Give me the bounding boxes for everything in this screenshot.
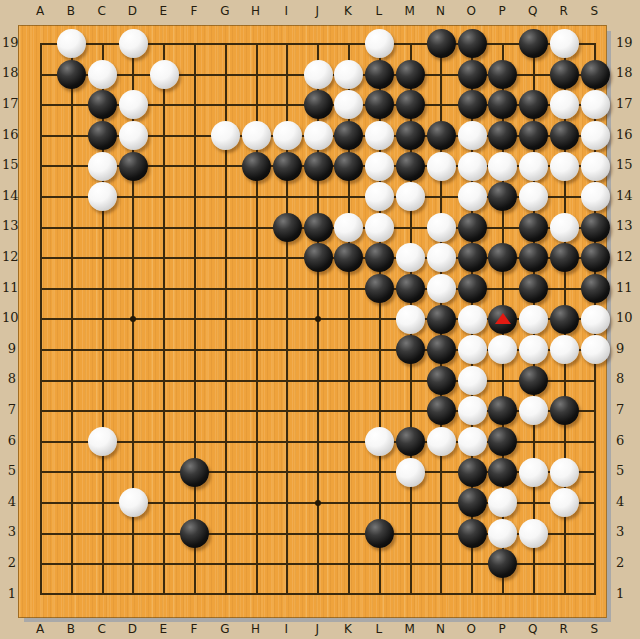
intersection-B18[interactable] (56, 59, 87, 90)
intersection-H3[interactable] (241, 518, 272, 549)
intersection-D12[interactable] (118, 243, 149, 274)
intersection-D3[interactable] (118, 518, 149, 549)
intersection-F12[interactable] (180, 243, 211, 274)
intersection-P14[interactable] (488, 181, 519, 212)
intersection-I5[interactable] (272, 457, 303, 488)
intersection-E18[interactable] (149, 59, 180, 90)
intersection-G17[interactable] (210, 90, 241, 121)
intersection-H6[interactable] (241, 426, 272, 457)
intersection-A15[interactable] (26, 151, 57, 182)
intersection-K18[interactable] (334, 59, 365, 90)
intersection-J7[interactable] (303, 396, 334, 427)
intersection-G9[interactable] (210, 334, 241, 365)
intersection-H7[interactable] (241, 396, 272, 427)
intersection-G15[interactable] (210, 151, 241, 182)
intersection-Q1[interactable] (518, 579, 549, 610)
intersection-S19[interactable] (580, 28, 611, 59)
intersection-J9[interactable] (303, 334, 334, 365)
intersection-R14[interactable] (549, 181, 580, 212)
intersection-M15[interactable] (395, 151, 426, 182)
intersection-H9[interactable] (241, 334, 272, 365)
intersection-A14[interactable] (26, 181, 57, 212)
intersection-K5[interactable] (334, 457, 365, 488)
intersection-S4[interactable] (580, 487, 611, 518)
intersection-A2[interactable] (26, 548, 57, 579)
intersection-M4[interactable] (395, 487, 426, 518)
intersection-C11[interactable] (87, 273, 118, 304)
intersection-O8[interactable] (457, 365, 488, 396)
intersection-M14[interactable] (395, 181, 426, 212)
intersection-A17[interactable] (26, 90, 57, 121)
intersection-A7[interactable] (26, 396, 57, 427)
intersection-L16[interactable] (364, 120, 395, 151)
intersection-Q17[interactable] (518, 90, 549, 121)
intersection-B13[interactable] (56, 212, 87, 243)
intersection-D2[interactable] (118, 548, 149, 579)
intersection-D1[interactable] (118, 579, 149, 610)
intersection-P6[interactable] (488, 426, 519, 457)
intersection-N8[interactable] (426, 365, 457, 396)
intersection-H12[interactable] (241, 243, 272, 274)
intersection-K6[interactable] (334, 426, 365, 457)
intersection-H15[interactable] (241, 151, 272, 182)
intersection-B1[interactable] (56, 579, 87, 610)
intersection-Q14[interactable] (518, 181, 549, 212)
intersection-L12[interactable] (364, 243, 395, 274)
intersection-N9[interactable] (426, 334, 457, 365)
intersection-P4[interactable] (488, 487, 519, 518)
intersection-I9[interactable] (272, 334, 303, 365)
intersection-I15[interactable] (272, 151, 303, 182)
intersection-N3[interactable] (426, 518, 457, 549)
intersection-C10[interactable] (87, 304, 118, 335)
intersection-R16[interactable] (549, 120, 580, 151)
intersection-I7[interactable] (272, 396, 303, 427)
intersection-C18[interactable] (87, 59, 118, 90)
intersection-M12[interactable] (395, 243, 426, 274)
intersection-K17[interactable] (334, 90, 365, 121)
intersection-N18[interactable] (426, 59, 457, 90)
intersection-R7[interactable] (549, 396, 580, 427)
intersection-O15[interactable] (457, 151, 488, 182)
intersection-R13[interactable] (549, 212, 580, 243)
intersection-H8[interactable] (241, 365, 272, 396)
intersection-K19[interactable] (334, 28, 365, 59)
intersection-C6[interactable] (87, 426, 118, 457)
intersection-Q19[interactable] (518, 28, 549, 59)
intersection-N17[interactable] (426, 90, 457, 121)
intersection-C4[interactable] (87, 487, 118, 518)
intersection-K2[interactable] (334, 548, 365, 579)
intersection-P3[interactable] (488, 518, 519, 549)
intersection-J16[interactable] (303, 120, 334, 151)
intersection-B2[interactable] (56, 548, 87, 579)
intersection-S16[interactable] (580, 120, 611, 151)
intersection-P19[interactable] (488, 28, 519, 59)
intersection-B9[interactable] (56, 334, 87, 365)
intersection-Q11[interactable] (518, 273, 549, 304)
intersection-S7[interactable] (580, 396, 611, 427)
intersection-R1[interactable] (549, 579, 580, 610)
intersection-E1[interactable] (149, 579, 180, 610)
intersection-Q18[interactable] (518, 59, 549, 90)
intersection-G12[interactable] (210, 243, 241, 274)
intersection-N12[interactable] (426, 243, 457, 274)
intersection-F17[interactable] (180, 90, 211, 121)
intersection-M17[interactable] (395, 90, 426, 121)
intersection-J8[interactable] (303, 365, 334, 396)
intersection-H5[interactable] (241, 457, 272, 488)
intersection-A12[interactable] (26, 243, 57, 274)
intersection-N19[interactable] (426, 28, 457, 59)
intersection-J18[interactable] (303, 59, 334, 90)
intersection-A3[interactable] (26, 518, 57, 549)
intersection-M9[interactable] (395, 334, 426, 365)
intersection-R17[interactable] (549, 90, 580, 121)
intersection-S14[interactable] (580, 181, 611, 212)
intersection-Q16[interactable] (518, 120, 549, 151)
intersection-C7[interactable] (87, 396, 118, 427)
intersection-A9[interactable] (26, 334, 57, 365)
intersection-L11[interactable] (364, 273, 395, 304)
intersection-A1[interactable] (26, 579, 57, 610)
intersection-E7[interactable] (149, 396, 180, 427)
intersection-H19[interactable] (241, 28, 272, 59)
intersection-I3[interactable] (272, 518, 303, 549)
intersection-J15[interactable] (303, 151, 334, 182)
intersection-I16[interactable] (272, 120, 303, 151)
intersection-C16[interactable] (87, 120, 118, 151)
stones-grid[interactable] (26, 28, 611, 609)
intersection-L17[interactable] (364, 90, 395, 121)
intersection-E4[interactable] (149, 487, 180, 518)
intersection-S3[interactable] (580, 518, 611, 549)
intersection-J4[interactable] (303, 487, 334, 518)
intersection-O11[interactable] (457, 273, 488, 304)
intersection-A18[interactable] (26, 59, 57, 90)
intersection-B7[interactable] (56, 396, 87, 427)
intersection-D10[interactable] (118, 304, 149, 335)
intersection-H17[interactable] (241, 90, 272, 121)
intersection-M19[interactable] (395, 28, 426, 59)
intersection-I17[interactable] (272, 90, 303, 121)
intersection-G5[interactable] (210, 457, 241, 488)
intersection-K8[interactable] (334, 365, 365, 396)
intersection-B4[interactable] (56, 487, 87, 518)
intersection-O13[interactable] (457, 212, 488, 243)
intersection-I13[interactable] (272, 212, 303, 243)
intersection-B11[interactable] (56, 273, 87, 304)
intersection-R15[interactable] (549, 151, 580, 182)
intersection-A5[interactable] (26, 457, 57, 488)
intersection-P18[interactable] (488, 59, 519, 90)
intersection-L7[interactable] (364, 396, 395, 427)
intersection-R5[interactable] (549, 457, 580, 488)
intersection-O17[interactable] (457, 90, 488, 121)
intersection-H14[interactable] (241, 181, 272, 212)
intersection-O2[interactable] (457, 548, 488, 579)
intersection-C5[interactable] (87, 457, 118, 488)
intersection-F7[interactable] (180, 396, 211, 427)
intersection-C8[interactable] (87, 365, 118, 396)
intersection-N6[interactable] (426, 426, 457, 457)
intersection-K7[interactable] (334, 396, 365, 427)
intersection-R12[interactable] (549, 243, 580, 274)
intersection-S13[interactable] (580, 212, 611, 243)
intersection-C15[interactable] (87, 151, 118, 182)
intersection-O19[interactable] (457, 28, 488, 59)
intersection-S1[interactable] (580, 579, 611, 610)
intersection-F19[interactable] (180, 28, 211, 59)
intersection-J6[interactable] (303, 426, 334, 457)
intersection-J3[interactable] (303, 518, 334, 549)
intersection-Q12[interactable] (518, 243, 549, 274)
intersection-K14[interactable] (334, 181, 365, 212)
intersection-L2[interactable] (364, 548, 395, 579)
intersection-G19[interactable] (210, 28, 241, 59)
intersection-D5[interactable] (118, 457, 149, 488)
intersection-B8[interactable] (56, 365, 87, 396)
intersection-A13[interactable] (26, 212, 57, 243)
intersection-P1[interactable] (488, 579, 519, 610)
intersection-Q8[interactable] (518, 365, 549, 396)
intersection-D16[interactable] (118, 120, 149, 151)
intersection-C12[interactable] (87, 243, 118, 274)
intersection-J13[interactable] (303, 212, 334, 243)
intersection-N13[interactable] (426, 212, 457, 243)
intersection-D6[interactable] (118, 426, 149, 457)
intersection-C3[interactable] (87, 518, 118, 549)
intersection-M1[interactable] (395, 579, 426, 610)
intersection-I14[interactable] (272, 181, 303, 212)
intersection-P12[interactable] (488, 243, 519, 274)
intersection-C19[interactable] (87, 28, 118, 59)
intersection-R11[interactable] (549, 273, 580, 304)
intersection-A10[interactable] (26, 304, 57, 335)
intersection-B16[interactable] (56, 120, 87, 151)
intersection-M6[interactable] (395, 426, 426, 457)
intersection-N11[interactable] (426, 273, 457, 304)
intersection-F4[interactable] (180, 487, 211, 518)
intersection-M8[interactable] (395, 365, 426, 396)
intersection-M7[interactable] (395, 396, 426, 427)
intersection-L1[interactable] (364, 579, 395, 610)
intersection-L19[interactable] (364, 28, 395, 59)
intersection-G4[interactable] (210, 487, 241, 518)
intersection-D14[interactable] (118, 181, 149, 212)
intersection-E13[interactable] (149, 212, 180, 243)
intersection-Q7[interactable] (518, 396, 549, 427)
intersection-D17[interactable] (118, 90, 149, 121)
intersection-S11[interactable] (580, 273, 611, 304)
intersection-L13[interactable] (364, 212, 395, 243)
intersection-L3[interactable] (364, 518, 395, 549)
intersection-H13[interactable] (241, 212, 272, 243)
intersection-S2[interactable] (580, 548, 611, 579)
intersection-B17[interactable] (56, 90, 87, 121)
intersection-R18[interactable] (549, 59, 580, 90)
intersection-B19[interactable] (56, 28, 87, 59)
intersection-O1[interactable] (457, 579, 488, 610)
intersection-J17[interactable] (303, 90, 334, 121)
intersection-F15[interactable] (180, 151, 211, 182)
intersection-R19[interactable] (549, 28, 580, 59)
intersection-O5[interactable] (457, 457, 488, 488)
intersection-D15[interactable] (118, 151, 149, 182)
intersection-E8[interactable] (149, 365, 180, 396)
intersection-A11[interactable] (26, 273, 57, 304)
intersection-Q4[interactable] (518, 487, 549, 518)
intersection-F16[interactable] (180, 120, 211, 151)
intersection-Q3[interactable] (518, 518, 549, 549)
intersection-B15[interactable] (56, 151, 87, 182)
intersection-K4[interactable] (334, 487, 365, 518)
intersection-G2[interactable] (210, 548, 241, 579)
intersection-P16[interactable] (488, 120, 519, 151)
intersection-I12[interactable] (272, 243, 303, 274)
intersection-O14[interactable] (457, 181, 488, 212)
intersection-N4[interactable] (426, 487, 457, 518)
intersection-M11[interactable] (395, 273, 426, 304)
intersection-L18[interactable] (364, 59, 395, 90)
intersection-S15[interactable] (580, 151, 611, 182)
intersection-E9[interactable] (149, 334, 180, 365)
intersection-J1[interactable] (303, 579, 334, 610)
intersection-K15[interactable] (334, 151, 365, 182)
intersection-O16[interactable] (457, 120, 488, 151)
intersection-I2[interactable] (272, 548, 303, 579)
intersection-H16[interactable] (241, 120, 272, 151)
intersection-E14[interactable] (149, 181, 180, 212)
intersection-R10[interactable] (549, 304, 580, 335)
intersection-O18[interactable] (457, 59, 488, 90)
intersection-M5[interactable] (395, 457, 426, 488)
intersection-M3[interactable] (395, 518, 426, 549)
intersection-G1[interactable] (210, 579, 241, 610)
intersection-I19[interactable] (272, 28, 303, 59)
intersection-E6[interactable] (149, 426, 180, 457)
intersection-P17[interactable] (488, 90, 519, 121)
intersection-A4[interactable] (26, 487, 57, 518)
intersection-N10[interactable] (426, 304, 457, 335)
intersection-J12[interactable] (303, 243, 334, 274)
intersection-F10[interactable] (180, 304, 211, 335)
intersection-E11[interactable] (149, 273, 180, 304)
intersection-G3[interactable] (210, 518, 241, 549)
intersection-N2[interactable] (426, 548, 457, 579)
intersection-E15[interactable] (149, 151, 180, 182)
intersection-I10[interactable] (272, 304, 303, 335)
intersection-E17[interactable] (149, 90, 180, 121)
intersection-N16[interactable] (426, 120, 457, 151)
intersection-O12[interactable] (457, 243, 488, 274)
intersection-S10[interactable] (580, 304, 611, 335)
intersection-Q6[interactable] (518, 426, 549, 457)
intersection-C2[interactable] (87, 548, 118, 579)
intersection-S12[interactable] (580, 243, 611, 274)
intersection-J5[interactable] (303, 457, 334, 488)
intersection-L5[interactable] (364, 457, 395, 488)
intersection-O9[interactable] (457, 334, 488, 365)
intersection-R9[interactable] (549, 334, 580, 365)
intersection-D18[interactable] (118, 59, 149, 90)
intersection-E2[interactable] (149, 548, 180, 579)
intersection-D4[interactable] (118, 487, 149, 518)
intersection-P9[interactable] (488, 334, 519, 365)
intersection-I8[interactable] (272, 365, 303, 396)
intersection-P8[interactable] (488, 365, 519, 396)
intersection-J10[interactable] (303, 304, 334, 335)
intersection-J11[interactable] (303, 273, 334, 304)
intersection-H11[interactable] (241, 273, 272, 304)
intersection-J2[interactable] (303, 548, 334, 579)
intersection-O3[interactable] (457, 518, 488, 549)
intersection-D13[interactable] (118, 212, 149, 243)
intersection-F11[interactable] (180, 273, 211, 304)
intersection-D11[interactable] (118, 273, 149, 304)
intersection-N5[interactable] (426, 457, 457, 488)
intersection-N15[interactable] (426, 151, 457, 182)
intersection-B5[interactable] (56, 457, 87, 488)
intersection-N1[interactable] (426, 579, 457, 610)
intersection-F2[interactable] (180, 548, 211, 579)
intersection-R6[interactable] (549, 426, 580, 457)
intersection-R3[interactable] (549, 518, 580, 549)
intersection-I11[interactable] (272, 273, 303, 304)
intersection-S9[interactable] (580, 334, 611, 365)
intersection-G10[interactable] (210, 304, 241, 335)
intersection-P10[interactable] (488, 304, 519, 335)
intersection-H2[interactable] (241, 548, 272, 579)
intersection-F14[interactable] (180, 181, 211, 212)
intersection-E16[interactable] (149, 120, 180, 151)
intersection-O4[interactable] (457, 487, 488, 518)
intersection-Q15[interactable] (518, 151, 549, 182)
intersection-M2[interactable] (395, 548, 426, 579)
intersection-C17[interactable] (87, 90, 118, 121)
intersection-M13[interactable] (395, 212, 426, 243)
intersection-F6[interactable] (180, 426, 211, 457)
intersection-Q5[interactable] (518, 457, 549, 488)
intersection-R4[interactable] (549, 487, 580, 518)
intersection-G13[interactable] (210, 212, 241, 243)
intersection-A8[interactable] (26, 365, 57, 396)
intersection-G18[interactable] (210, 59, 241, 90)
intersection-F1[interactable] (180, 579, 211, 610)
intersection-B6[interactable] (56, 426, 87, 457)
intersection-H10[interactable] (241, 304, 272, 335)
intersection-K13[interactable] (334, 212, 365, 243)
intersection-A6[interactable] (26, 426, 57, 457)
intersection-B12[interactable] (56, 243, 87, 274)
intersection-G6[interactable] (210, 426, 241, 457)
intersection-G14[interactable] (210, 181, 241, 212)
intersection-I4[interactable] (272, 487, 303, 518)
intersection-D8[interactable] (118, 365, 149, 396)
intersection-E19[interactable] (149, 28, 180, 59)
intersection-P11[interactable] (488, 273, 519, 304)
intersection-F18[interactable] (180, 59, 211, 90)
intersection-K10[interactable] (334, 304, 365, 335)
intersection-L4[interactable] (364, 487, 395, 518)
intersection-S5[interactable] (580, 457, 611, 488)
intersection-H1[interactable] (241, 579, 272, 610)
intersection-H4[interactable] (241, 487, 272, 518)
intersection-M18[interactable] (395, 59, 426, 90)
intersection-C1[interactable] (87, 579, 118, 610)
intersection-R8[interactable] (549, 365, 580, 396)
intersection-O6[interactable] (457, 426, 488, 457)
